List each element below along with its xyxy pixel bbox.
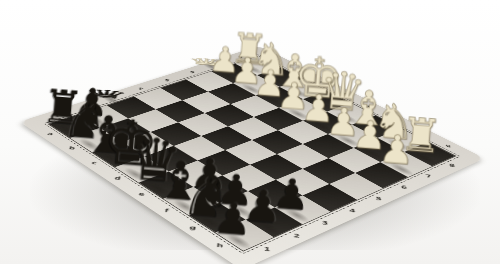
piece-white-pawn-h7[interactable]: ♟ xyxy=(378,129,416,171)
file-label-far-d: d xyxy=(343,92,348,96)
rank-label-near-4: 4 xyxy=(349,208,355,214)
rank-label-near-3: 3 xyxy=(322,220,328,226)
file-label-near-h: h xyxy=(216,243,223,249)
file-label-far-a: a xyxy=(274,58,278,61)
rank-label-near-7: 7 xyxy=(425,174,432,179)
file-label-far-c: c xyxy=(320,81,324,84)
file-label-near-e: e xyxy=(138,191,145,196)
rank-label-far-5: 5 xyxy=(164,78,169,82)
file-label-far-e: e xyxy=(367,105,372,109)
file-label-near-f: f xyxy=(164,208,169,213)
rank-label-near-1: 1 xyxy=(264,246,271,252)
file-label-far-b: b xyxy=(296,69,301,72)
rank-label-near-2: 2 xyxy=(294,233,300,239)
rank-label-far-6: 6 xyxy=(190,70,195,73)
rank-label-near-5: 5 xyxy=(376,196,382,201)
rank-label-far-4: 4 xyxy=(138,87,143,91)
file-label-near-c: c xyxy=(91,160,97,165)
file-label-far-h: h xyxy=(445,144,451,148)
extra-white-queen[interactable]: ♛ xyxy=(185,56,226,68)
page: { "game": "chess", "scene": { "descripti… xyxy=(0,0,500,264)
file-label-near-d: d xyxy=(114,176,121,181)
piece-black-pawn-h1[interactable]: ♟ xyxy=(212,196,254,243)
extra-white-queen-slot: ♛ xyxy=(204,66,207,67)
file-label-far-f: f xyxy=(393,117,396,121)
rank-label-near-8: 8 xyxy=(449,163,456,168)
rank-label-far-8: 8 xyxy=(238,55,243,58)
file-label-near-g: g xyxy=(189,225,196,231)
rank-label-near-6: 6 xyxy=(401,185,407,190)
file-label-near-a: a xyxy=(47,132,54,137)
file-label-near-b: b xyxy=(68,146,75,151)
product-photo-stage: ♜♞♝♚♛♝♞♜♟♟♟♟♟♟♟♟♟♟♟♟♟♜♞♝♚♛♝♞♟ aabbccddee… xyxy=(0,0,500,264)
